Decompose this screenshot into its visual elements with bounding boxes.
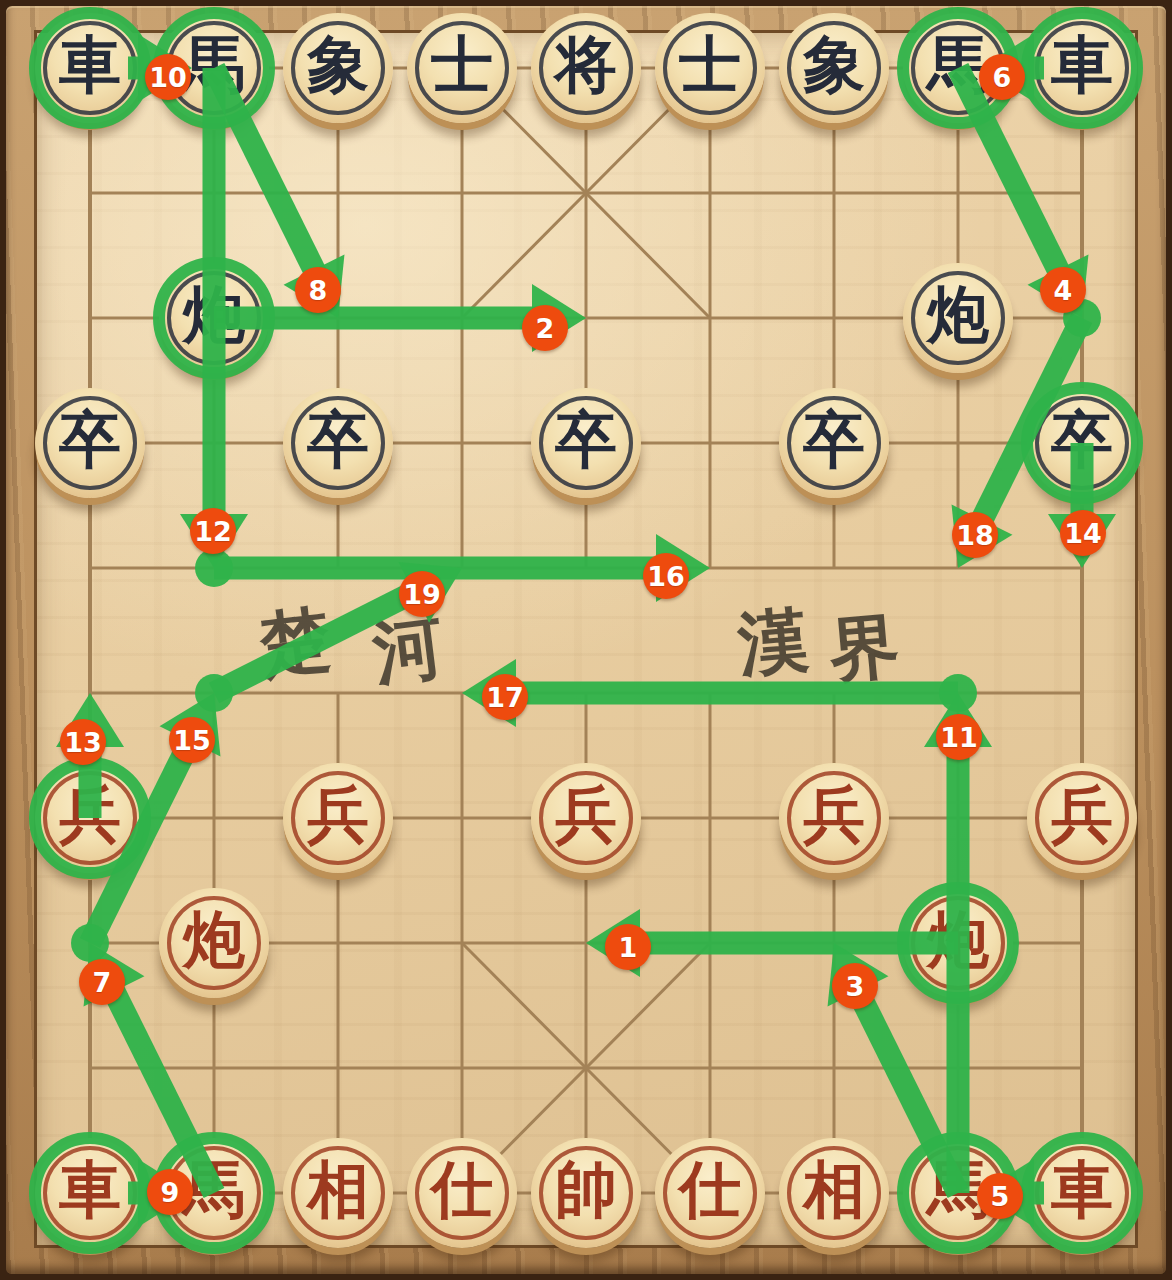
move-number-badge-8: 8: [295, 267, 341, 313]
move-number-badge-4: 4: [1040, 267, 1086, 313]
xiangqi-board-screen: 楚 河 漢 界 車馬象士将士象馬車炮炮卒卒卒卒卒兵兵兵兵兵炮炮車馬相仕帥仕相馬車…: [0, 0, 1172, 1280]
move-number-badge-19: 19: [399, 571, 445, 617]
move-number-badge-13: 13: [60, 719, 106, 765]
move-number-badge-18: 18: [952, 512, 998, 558]
move-number-badge-15: 15: [169, 717, 215, 763]
move-number-badge-16: 16: [643, 553, 689, 599]
move-number-badge-7: 7: [79, 959, 125, 1005]
move-number-badge-11: 11: [936, 714, 982, 760]
move-number-badge-2: 2: [522, 305, 568, 351]
move-number-badge-12: 12: [190, 508, 236, 554]
move-number-badge-1: 1: [605, 924, 651, 970]
move-number-badge-17: 17: [482, 674, 528, 720]
move-number-badge-10: 10: [145, 54, 191, 100]
move-number-badge-5: 5: [977, 1173, 1023, 1219]
move-number-badge-3: 3: [832, 963, 878, 1009]
move-number-badge-6: 6: [979, 54, 1025, 100]
move-badges-layer: 12345678910111213141516171819: [0, 0, 1172, 1280]
move-number-badge-9: 9: [147, 1169, 193, 1215]
move-number-badge-14: 14: [1060, 510, 1106, 556]
